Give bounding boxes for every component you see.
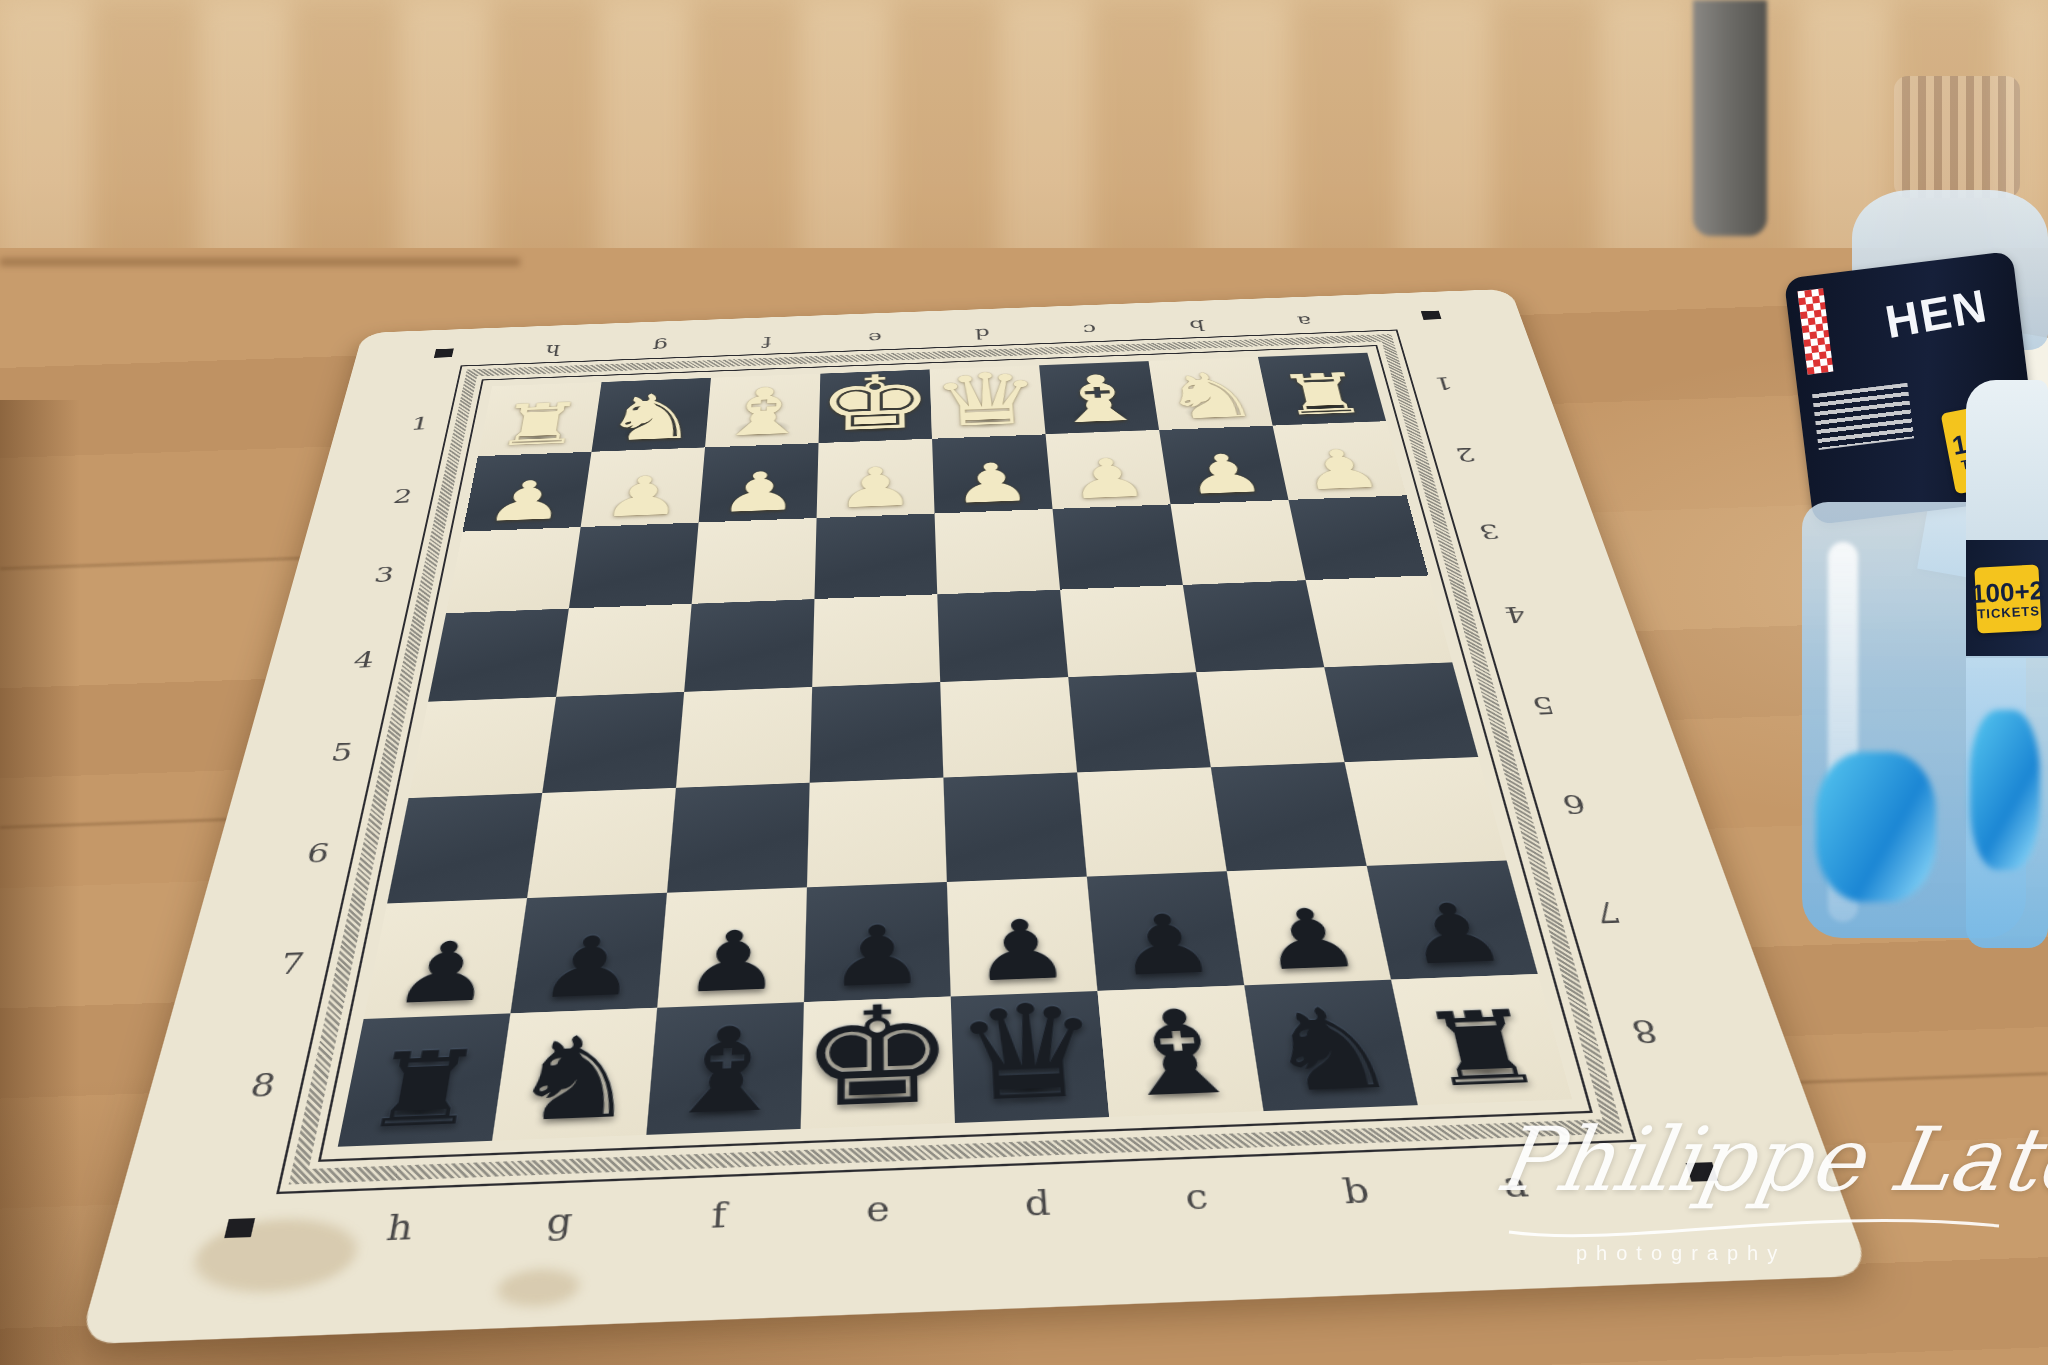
white-knight-icon: ♞: [1157, 365, 1264, 427]
white-bishop-icon: ♝: [711, 380, 814, 445]
bottle-shoulder: [1966, 380, 2048, 548]
bottle-cap-blue: [1894, 76, 2020, 198]
black-rook-icon: ♜: [1413, 1000, 1554, 1101]
white-rook-icon: ♜: [1273, 367, 1373, 423]
square-h5: [409, 697, 557, 798]
square-e6: [807, 778, 947, 888]
square-d2: ♟: [932, 434, 1052, 513]
white-pawn-icon: ♟: [951, 456, 1034, 510]
bottle-brand-text: HEN: [1881, 278, 1992, 349]
corner-marker: [434, 348, 454, 357]
square-h7: ♟: [364, 898, 527, 1019]
square-a1: ♜: [1258, 353, 1386, 426]
white-pawn-icon: ♟: [599, 470, 685, 524]
white-pawn-icon: ♟: [835, 461, 916, 515]
file-label-b: b: [1271, 1154, 1442, 1226]
white-queen-icon: ♛: [930, 364, 1046, 436]
square-c3: [1053, 504, 1183, 589]
square-h8: ♜: [338, 1013, 511, 1146]
square-g6: [527, 788, 676, 898]
square-d5: [940, 677, 1077, 777]
promo-tickets-text: TICKETS: [1977, 603, 2040, 621]
square-g3: [569, 523, 699, 609]
square-e8: ♚: [801, 997, 955, 1129]
file-label-d: d: [957, 1167, 1120, 1239]
white-pawn-icon: ♟: [1066, 452, 1152, 506]
white-rook-icon: ♜: [491, 397, 587, 454]
square-d1: ♛: [930, 365, 1046, 438]
watermark-name: Philippe Latour: [1490, 1108, 2046, 1211]
photo-scene: 12345678 12345678 hgfedcba hgfedcba ♜♞♝♚…: [0, 0, 2048, 1365]
file-label-a: a: [1248, 307, 1361, 335]
square-f4: [684, 599, 814, 692]
black-pawn-icon: ♟: [1396, 894, 1514, 975]
chess-grid: ♜♞♝♚♛♝♞♜♟♟♟♟♟♟♟♟♟♟♟♟♟♟♟♟♜♞♝♚♛♝♞♜: [338, 353, 1572, 1147]
square-b1: ♞: [1149, 357, 1273, 430]
black-rook-icon: ♜: [356, 1039, 490, 1141]
square-a3: [1288, 495, 1428, 580]
square-d6: [943, 772, 1086, 882]
square-b4: [1183, 580, 1324, 672]
square-h1: ♜: [478, 382, 602, 456]
file-label-e: e: [798, 1173, 959, 1245]
corner-marker: [224, 1218, 255, 1238]
white-bishop-icon: ♝: [1045, 367, 1152, 432]
square-c2: ♟: [1046, 430, 1171, 509]
square-a5: [1324, 662, 1478, 762]
square-d4: [937, 590, 1068, 682]
square-b7: ♟: [1227, 866, 1391, 985]
square-f3: [692, 518, 817, 604]
square-b5: [1196, 667, 1344, 767]
square-g2: ♟: [581, 447, 705, 527]
square-c5: [1068, 672, 1211, 772]
square-g7: ♟: [510, 893, 667, 1014]
black-bishop-icon: ♝: [655, 1013, 796, 1130]
square-c7: ♟: [1087, 871, 1244, 991]
black-pawn-icon: ♟: [1112, 905, 1221, 987]
square-g4: [556, 604, 692, 697]
file-label-h: h: [314, 1191, 485, 1264]
square-c6: [1077, 767, 1227, 876]
white-pawn-icon: ♟: [1180, 448, 1269, 502]
square-c4: [1060, 585, 1196, 677]
square-d8: ♛: [951, 991, 1110, 1123]
gray-pole: [1693, 0, 1767, 236]
black-knight-icon: ♞: [503, 1023, 646, 1136]
table-left-edge-shadow: [0, 400, 80, 1365]
square-g1: ♞: [591, 378, 710, 452]
white-pawn-icon: ♟: [717, 465, 800, 519]
file-label-g: g: [475, 1185, 642, 1258]
square-e3: [814, 513, 937, 599]
file-label-c: c: [1035, 316, 1145, 344]
square-b6: [1211, 762, 1367, 871]
square-e5: [810, 682, 944, 783]
square-e1: ♚: [819, 369, 933, 443]
square-a4: [1306, 575, 1453, 667]
square-g5: [542, 692, 684, 793]
square-f5: [676, 687, 812, 788]
promo-text: 100+2: [1970, 577, 2044, 607]
square-g8: ♞: [492, 1008, 657, 1141]
file-label-h: h: [497, 336, 609, 364]
water-refraction: [1970, 710, 2040, 870]
square-e4: [812, 594, 940, 687]
black-king-icon: ♚: [797, 990, 958, 1125]
white-knight-icon: ♞: [599, 386, 703, 449]
bottle-label: 100+2 TICKETS: [1966, 540, 2048, 658]
square-b2: ♟: [1159, 426, 1288, 505]
watermark-flourish: [1504, 1204, 2004, 1244]
file-label-d: d: [928, 320, 1037, 348]
square-b8: ♞: [1244, 980, 1418, 1111]
table-back-edge: [0, 258, 520, 266]
water-refraction: [1816, 752, 1936, 902]
file-label-c: c: [1114, 1160, 1281, 1232]
square-e2: ♟: [817, 439, 935, 518]
black-pawn-icon: ♟: [680, 921, 783, 1003]
square-b3: [1171, 500, 1306, 585]
black-pawn-icon: ♟: [534, 926, 642, 1008]
square-a6: [1345, 757, 1507, 866]
label-checker-pattern: [1797, 288, 1833, 375]
square-f1: ♝: [705, 374, 820, 448]
file-label-b: b: [1142, 312, 1254, 340]
square-f7: ♟: [657, 887, 807, 1008]
black-bishop-icon: ♝: [1106, 996, 1255, 1112]
square-h3: [446, 527, 581, 613]
file-label-g: g: [605, 332, 715, 360]
black-pawn-icon: ♟: [1254, 899, 1367, 980]
square-a2: ♟: [1273, 421, 1407, 500]
black-queen-icon: ♛: [951, 989, 1109, 1118]
square-c8: ♝: [1097, 985, 1263, 1117]
square-d3: [935, 509, 1060, 594]
square-f8: ♝: [646, 1002, 804, 1135]
file-label-f: f: [636, 1179, 799, 1251]
square-f2: ♟: [699, 443, 819, 522]
square-h4: [428, 608, 569, 701]
file-label-e: e: [821, 324, 929, 352]
square-f6: [667, 783, 810, 893]
white-pawn-icon: ♟: [1295, 443, 1387, 496]
promo-badge: 100+2 TICKETS: [1974, 564, 2041, 633]
black-pawn-icon: ♟: [387, 932, 500, 1014]
black-knight-icon: ♞: [1256, 994, 1406, 1106]
square-h2: ♟: [463, 452, 592, 532]
square-c1: ♝: [1039, 361, 1159, 434]
photographer-watermark: Philippe Latour photography: [1498, 1108, 2038, 1211]
file-label-f: f: [713, 328, 822, 356]
corner-marker: [1421, 311, 1442, 320]
water-bottle-back: 100+2 TICKETS: [1966, 380, 2048, 955]
watermark-subtitle: photography: [1576, 1242, 1786, 1265]
label-fine-print: [1812, 383, 1914, 450]
square-h6: [387, 793, 542, 904]
white-pawn-icon: ♟: [482, 474, 571, 528]
white-king-icon: ♚: [816, 366, 935, 441]
